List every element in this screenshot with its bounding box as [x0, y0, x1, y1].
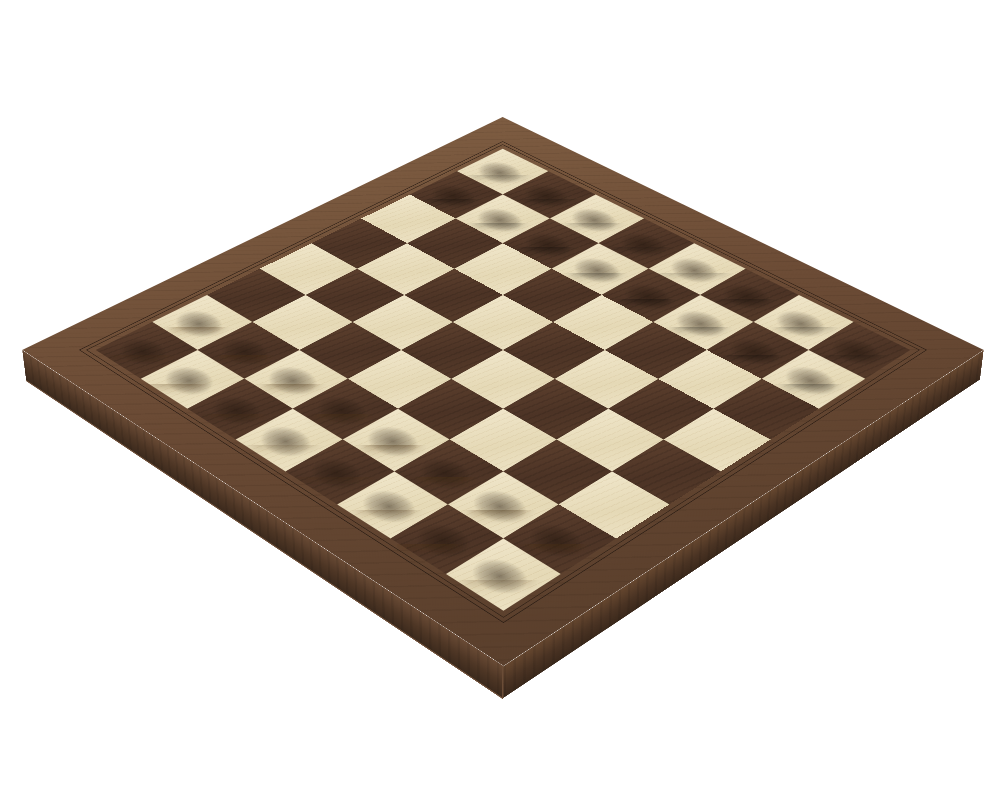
white-rook-icon: ♜ — [442, 474, 547, 591]
black-pawn-icon: ♟ — [768, 307, 845, 393]
chess-board: ♜♞♝♛♚♝♞♜♟♟♟♟♟♟♟♟♟♟♟♟♟♟♟♟♜♞♝♛♚♝♞♜ — [22, 117, 984, 666]
board-playing-area: ♜♞♝♛♚♝♞♜♟♟♟♟♟♟♟♟♟♟♟♟♟♟♟♟♜♞♝♛♚♝♞♜ — [96, 149, 911, 611]
chess-set-photo: ♜♞♝♛♚♝♞♜♟♟♟♟♟♟♟♟♟♟♟♟♟♟♟♟♜♞♝♛♚♝♞♜ — [0, 0, 1000, 800]
